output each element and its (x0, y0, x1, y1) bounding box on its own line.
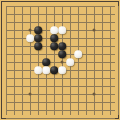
white-stone[interactable] (34, 66, 42, 74)
black-stone[interactable] (50, 66, 58, 74)
grid-line-horizontal (6, 110, 115, 111)
grid-line-vertical (110, 6, 111, 115)
grid-line-vertical (102, 6, 103, 115)
white-stone[interactable] (58, 66, 66, 74)
grid-line-horizontal (6, 118, 115, 119)
grid-line-horizontal (6, 94, 115, 95)
black-stone[interactable] (58, 42, 66, 50)
black-stone[interactable] (34, 42, 42, 50)
star-point (93, 93, 96, 96)
star-point (61, 61, 64, 64)
black-stone[interactable] (42, 58, 50, 66)
white-stone[interactable] (42, 66, 50, 74)
star-point (29, 93, 32, 96)
black-stone[interactable] (58, 50, 66, 58)
black-stone[interactable] (34, 26, 42, 34)
white-stone[interactable] (50, 26, 58, 34)
white-stone[interactable] (58, 26, 66, 34)
grid-line-horizontal (6, 86, 115, 87)
grid-line-horizontal (6, 22, 115, 23)
black-stone[interactable] (34, 34, 42, 42)
go-board[interactable] (0, 0, 120, 120)
grid-line-vertical (86, 6, 87, 115)
grid-line-vertical (118, 6, 119, 115)
grid-line-vertical (38, 6, 39, 115)
grid-line-horizontal (6, 102, 115, 103)
white-stone[interactable] (66, 58, 74, 66)
grid-line-vertical (30, 6, 31, 115)
grid-line-vertical (54, 6, 55, 115)
star-point (29, 29, 32, 32)
grid-line-horizontal (6, 38, 115, 39)
star-point (93, 29, 96, 32)
grid-line-horizontal (6, 78, 115, 79)
white-stone[interactable] (74, 50, 82, 58)
grid-line-vertical (94, 6, 95, 115)
black-stone[interactable] (50, 42, 58, 50)
grid-line-vertical (78, 6, 79, 115)
white-stone[interactable] (26, 34, 34, 42)
black-stone[interactable] (50, 34, 58, 42)
